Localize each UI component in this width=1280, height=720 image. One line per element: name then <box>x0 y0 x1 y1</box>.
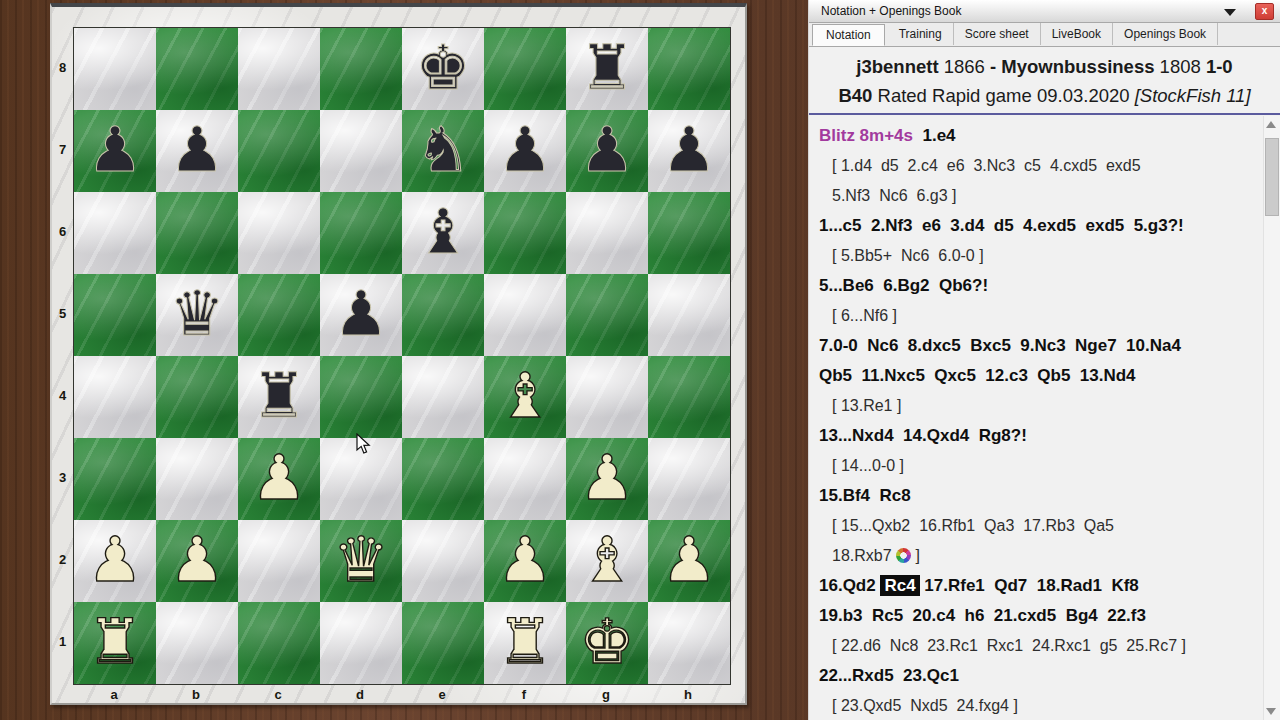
text-run: 5...Be6 6.Bg2 Qb6?! <box>819 276 988 295</box>
mainline-moves[interactable]: Qb5 11.Nxc5 Qxc5 12.c3 Qb5 13.Nd4 <box>819 361 1262 391</box>
mainline-moves[interactable]: 16.Qd2 Rc4 17.Rfe1 Qd7 18.Rad1 Kf8 <box>819 571 1262 601</box>
square-h5[interactable] <box>648 274 730 356</box>
square-b5[interactable]: ♛ <box>156 274 238 356</box>
black-bishop: ♝ <box>402 192 484 272</box>
black-queen: ♛ <box>156 274 238 354</box>
black-pawn: ♟ <box>320 274 402 354</box>
file-label-e: e <box>401 684 483 705</box>
notation-body[interactable]: Blitz 8m+4s 1.e4[ 1.d4 d5 2.c4 e6 3.Nc3 … <box>809 116 1264 720</box>
square-f4[interactable]: ♝ <box>484 356 566 438</box>
square-e6[interactable]: ♝ <box>402 192 484 274</box>
square-g1[interactable]: ♚ <box>566 602 648 684</box>
text-run: 5.Nf3 Nc6 6.g3 ] <box>832 187 957 204</box>
text-run: Qb5 11.Nxc5 Qxc5 12.c3 Qb5 13.Nd4 <box>819 366 1136 385</box>
square-b8[interactable] <box>156 28 238 110</box>
text-run: 22...Rxd5 23.Qc1 <box>819 666 959 685</box>
white-bishop: ♝ <box>484 356 566 436</box>
white-pawn: ♟ <box>156 520 238 600</box>
variation-line[interactable]: 18.Rxb7 ] <box>819 541 1262 571</box>
black-rook: ♜ <box>238 356 320 436</box>
text-run: [ 1.d4 d5 2.c4 e6 3.Nc3 c5 4.cxd5 exd5 <box>832 157 1141 174</box>
square-c7[interactable] <box>238 110 320 192</box>
file-label-d: d <box>319 684 401 705</box>
text-run: ] <box>911 547 920 564</box>
text-run: 1-0 <box>1206 56 1233 77</box>
text-run: [ 13.Re1 ] <box>832 397 901 414</box>
text-run: j3bennett <box>856 56 938 77</box>
rank-label-6: 6 <box>52 191 73 273</box>
square-f8[interactable] <box>484 28 566 110</box>
game-header-event: B40 Rated Rapid game 09.03.2020 [StockFi… <box>813 81 1276 110</box>
mainline-moves[interactable]: 1...c5 2.Nf3 e6 3.d4 d5 4.exd5 exd5 5.g3… <box>819 211 1262 241</box>
file-label-g: g <box>565 684 647 705</box>
tab-notation[interactable]: Notation <box>812 24 885 46</box>
file-label-c: c <box>237 684 319 705</box>
white-rook: ♜ <box>484 602 566 682</box>
square-h7[interactable]: ♟ <box>648 110 730 192</box>
square-d1[interactable] <box>320 602 402 684</box>
black-knight: ♞ <box>402 110 484 190</box>
white-queen: ♛ <box>320 520 402 600</box>
chevron-down-icon[interactable] <box>1224 9 1236 16</box>
square-d7[interactable] <box>320 110 402 192</box>
chess-board: ♚♜♟♟♞♟♟♟♝♛♟♜♝♟♟♟♟♛♟♝♟♜♜♚ <box>73 27 731 685</box>
square-e1[interactable] <box>402 602 484 684</box>
square-a8[interactable] <box>74 28 156 110</box>
white-pawn: ♟ <box>648 520 730 600</box>
text-run: - <box>990 56 1001 77</box>
text-run: [ 23.Qxd5 Nxd5 24.fxg4 ] <box>832 697 1018 714</box>
file-label-b: b <box>155 684 237 705</box>
color-wheel-icon <box>896 548 911 563</box>
square-a2[interactable]: ♟ <box>74 520 156 602</box>
square-e5[interactable] <box>402 274 484 356</box>
text-run: 19.b3 Rc5 20.c4 h6 21.cxd5 Bg4 22.f3 <box>819 606 1146 625</box>
variation-line[interactable]: [ 22.d6 Nc8 23.Rc1 Rxc1 24.Rxc1 g5 25.Rc… <box>819 631 1262 661</box>
text-run: B40 <box>838 85 872 106</box>
square-a7[interactable]: ♟ <box>74 110 156 192</box>
square-c2[interactable] <box>238 520 320 602</box>
text-run: 17.Rfe1 Qd7 18.Rad1 Kf8 <box>920 576 1139 595</box>
square-a4[interactable] <box>74 356 156 438</box>
rank-label-5: 5 <box>52 273 73 355</box>
square-e2[interactable] <box>402 520 484 602</box>
square-f7[interactable]: ♟ <box>484 110 566 192</box>
square-b1[interactable] <box>156 602 238 684</box>
rank-label-2: 2 <box>52 519 73 601</box>
close-button[interactable]: x <box>1255 3 1274 20</box>
text-run: 1...c5 2.Nf3 e6 3.d4 d5 4.exd5 exd5 5.g3… <box>819 216 1184 235</box>
square-a3[interactable] <box>74 438 156 520</box>
square-c8[interactable] <box>238 28 320 110</box>
white-bishop: ♝ <box>566 520 648 600</box>
white-king: ♚ <box>566 602 648 682</box>
tab-openings-book[interactable]: Openings Book <box>1113 23 1218 45</box>
tab-strip: NotationTrainingScore sheetLiveBookOpeni… <box>809 23 1280 47</box>
white-pawn: ♟ <box>484 520 566 600</box>
square-b7[interactable]: ♟ <box>156 110 238 192</box>
text-run: [ 15...Qxb2 16.Rfb1 Qa3 17.Rb3 Qa5 <box>832 517 1114 534</box>
file-label-a: a <box>73 684 155 705</box>
tab-livebook[interactable]: LiveBook <box>1041 23 1113 45</box>
text-run: 1808 <box>1154 56 1205 77</box>
text-run: Myownbussiness <box>1001 56 1154 77</box>
scrollbar-thumb[interactable] <box>1265 138 1279 216</box>
scroll-up-icon[interactable] <box>1266 121 1276 128</box>
black-pawn: ♟ <box>566 110 648 190</box>
variation-line[interactable]: [ 6...Nf6 ] <box>819 301 1262 331</box>
rank-label-8: 8 <box>52 27 73 109</box>
tab-training[interactable]: Training <box>888 23 954 45</box>
square-g8[interactable]: ♜ <box>566 28 648 110</box>
panel-title: Notation + Openings Book <box>821 0 961 22</box>
square-f5[interactable] <box>484 274 566 356</box>
text-run: Blitz 8m+4s <box>819 126 913 145</box>
current-move[interactable]: Rc4 <box>880 575 919 596</box>
variation-line[interactable]: [ 1.d4 d5 2.c4 e6 3.Nc3 c5 4.cxd5 exd5 <box>819 151 1262 181</box>
scroll-down-icon[interactable] <box>1266 708 1276 715</box>
panel-titlebar: Notation + Openings Book x <box>809 0 1280 23</box>
square-b6[interactable] <box>156 192 238 274</box>
white-pawn: ♟ <box>566 438 648 518</box>
black-rook: ♜ <box>566 28 648 108</box>
game-header: j3bennett 1866 - Myownbussiness 1808 1-0… <box>809 47 1280 115</box>
square-f1[interactable]: ♜ <box>484 602 566 684</box>
square-a1[interactable]: ♜ <box>74 602 156 684</box>
square-d6[interactable] <box>320 192 402 274</box>
square-e7[interactable]: ♞ <box>402 110 484 192</box>
square-d4[interactable] <box>320 356 402 438</box>
square-g7[interactable]: ♟ <box>566 110 648 192</box>
text-run: 13...Nxd4 14.Qxd4 Rg8?! <box>819 426 1027 445</box>
black-king: ♚ <box>402 28 484 108</box>
square-a5[interactable] <box>74 274 156 356</box>
square-h6[interactable] <box>648 192 730 274</box>
rank-label-7: 7 <box>52 109 73 191</box>
square-f2[interactable]: ♟ <box>484 520 566 602</box>
text-run: 1.e4 <box>922 126 955 145</box>
white-pawn: ♟ <box>74 520 156 600</box>
text-run: 1866 <box>939 56 990 77</box>
mainline-moves[interactable]: 22...Rxd5 23.Qc1 <box>819 661 1262 691</box>
variation-line[interactable]: [ 14...0-0 ] <box>819 451 1262 481</box>
square-d2[interactable]: ♛ <box>320 520 402 602</box>
white-rook: ♜ <box>74 602 156 682</box>
square-c5[interactable] <box>238 274 320 356</box>
text-run: Rated Rapid game 09.03.2020 <box>872 85 1134 106</box>
square-g6[interactable] <box>566 192 648 274</box>
variation-line[interactable]: 5.Nf3 Nc6 6.g3 ] <box>819 181 1262 211</box>
square-f6[interactable] <box>484 192 566 274</box>
variation-line[interactable]: [ 15...Qxb2 16.Rfb1 Qa3 17.Rb3 Qa5 <box>819 511 1262 541</box>
square-f3[interactable] <box>484 438 566 520</box>
mouse-cursor-icon <box>356 433 371 455</box>
white-pawn: ♟ <box>238 438 320 518</box>
square-g3[interactable]: ♟ <box>566 438 648 520</box>
mainline-moves[interactable]: 5...Be6 6.Bg2 Qb6?! <box>819 271 1262 301</box>
square-e4[interactable] <box>402 356 484 438</box>
text-run: 18.Rxb7 <box>832 547 896 564</box>
scrollbar[interactable] <box>1263 116 1280 720</box>
text-run: [StockFish 11] <box>1135 85 1251 106</box>
square-e8[interactable]: ♚ <box>402 28 484 110</box>
notation-panel: Notation + Openings Book x NotationTrain… <box>808 0 1280 720</box>
mainline-moves[interactable]: 19.b3 Rc5 20.c4 h6 21.cxd5 Bg4 22.f3 <box>819 601 1262 631</box>
square-h2[interactable]: ♟ <box>648 520 730 602</box>
black-pawn: ♟ <box>484 110 566 190</box>
square-a6[interactable] <box>74 192 156 274</box>
square-e3[interactable] <box>402 438 484 520</box>
text-run: 16.Qd2 <box>819 576 880 595</box>
rank-label-1: 1 <box>52 601 73 683</box>
square-c3[interactable]: ♟ <box>238 438 320 520</box>
mainline-moves[interactable]: Blitz 8m+4s 1.e4 <box>819 121 1262 151</box>
square-h3[interactable] <box>648 438 730 520</box>
square-c6[interactable] <box>238 192 320 274</box>
black-pawn: ♟ <box>74 110 156 190</box>
game-header-players: j3bennett 1866 - Myownbussiness 1808 1-0 <box>813 52 1276 81</box>
square-b2[interactable]: ♟ <box>156 520 238 602</box>
mainline-moves[interactable]: 7.0-0 Nc6 8.dxc5 Bxc5 9.Nc3 Nge7 10.Na4 <box>819 331 1262 361</box>
text-run: 7.0-0 Nc6 8.dxc5 Bxc5 9.Nc3 Nge7 10.Na4 <box>819 336 1181 355</box>
square-h8[interactable] <box>648 28 730 110</box>
tab-score-sheet[interactable]: Score sheet <box>954 23 1041 45</box>
variation-line[interactable]: [ 13.Re1 ] <box>819 391 1262 421</box>
text-run: [ 14...0-0 ] <box>832 457 904 474</box>
square-d8[interactable] <box>320 28 402 110</box>
rank-label-4: 4 <box>52 355 73 437</box>
black-pawn: ♟ <box>648 110 730 190</box>
variation-line[interactable]: [ 5.Bb5+ Nc6 6.0-0 ] <box>819 241 1262 271</box>
mainline-moves[interactable]: 13...Nxd4 14.Qxd4 Rg8?! <box>819 421 1262 451</box>
square-b4[interactable] <box>156 356 238 438</box>
text-run: [ 22.d6 Nc8 23.Rc1 Rxc1 24.Rxc1 g5 25.Rc… <box>832 637 1186 654</box>
text-run: [ 5.Bb5+ Nc6 6.0-0 ] <box>832 247 984 264</box>
variation-line[interactable]: [ 23.Qxd5 Nxd5 24.fxg4 ] <box>819 691 1262 720</box>
square-g4[interactable] <box>566 356 648 438</box>
square-c1[interactable] <box>238 602 320 684</box>
mainline-moves[interactable]: 15.Bf4 Rc8 <box>819 481 1262 511</box>
square-d5[interactable]: ♟ <box>320 274 402 356</box>
square-c4[interactable]: ♜ <box>238 356 320 438</box>
text-run: [ 6...Nf6 ] <box>832 307 897 324</box>
square-g2[interactable]: ♝ <box>566 520 648 602</box>
square-h4[interactable] <box>648 356 730 438</box>
black-pawn: ♟ <box>156 110 238 190</box>
square-h1[interactable] <box>648 602 730 684</box>
square-g5[interactable] <box>566 274 648 356</box>
text-run: 15.Bf4 Rc8 <box>819 486 911 505</box>
file-label-h: h <box>647 684 729 705</box>
square-b3[interactable] <box>156 438 238 520</box>
board-window: ♚♜♟♟♞♟♟♟♝♛♟♜♝♟♟♟♟♛♟♝♟♜♜♚ 87654321 abcdef… <box>50 3 747 705</box>
file-label-f: f <box>483 684 565 705</box>
rank-label-3: 3 <box>52 437 73 519</box>
